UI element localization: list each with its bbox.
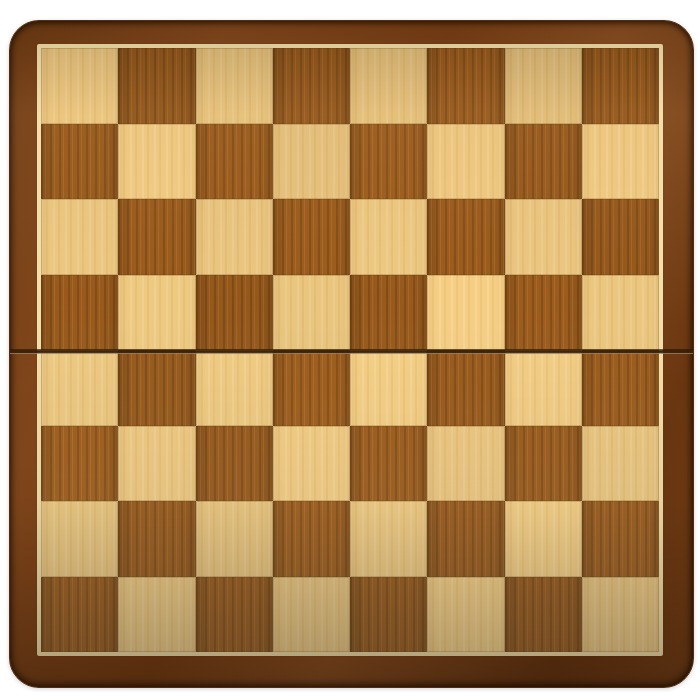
square-c8 bbox=[196, 48, 273, 124]
square-e4 bbox=[350, 350, 427, 426]
square-h6 bbox=[582, 199, 659, 275]
square-a5 bbox=[41, 275, 118, 351]
square-b4 bbox=[118, 350, 195, 426]
square-e8 bbox=[350, 48, 427, 124]
square-g1 bbox=[505, 577, 582, 653]
square-b8 bbox=[118, 48, 195, 124]
square-d4 bbox=[273, 350, 350, 426]
square-f6 bbox=[427, 199, 504, 275]
square-e1 bbox=[350, 577, 427, 653]
square-a4 bbox=[41, 350, 118, 426]
square-h4 bbox=[582, 350, 659, 426]
square-f1 bbox=[427, 577, 504, 653]
square-d5 bbox=[273, 275, 350, 351]
square-d6 bbox=[273, 199, 350, 275]
square-g4 bbox=[505, 350, 582, 426]
square-h8 bbox=[582, 48, 659, 124]
square-c5 bbox=[196, 275, 273, 351]
square-g3 bbox=[505, 426, 582, 502]
square-f4 bbox=[427, 350, 504, 426]
hinge-seam bbox=[10, 349, 693, 354]
square-d7 bbox=[273, 124, 350, 200]
square-c3 bbox=[196, 426, 273, 502]
square-b7 bbox=[118, 124, 195, 200]
square-a6 bbox=[41, 199, 118, 275]
square-b3 bbox=[118, 426, 195, 502]
square-e3 bbox=[350, 426, 427, 502]
square-f3 bbox=[427, 426, 504, 502]
square-g8 bbox=[505, 48, 582, 124]
photo-background bbox=[0, 0, 700, 700]
square-e7 bbox=[350, 124, 427, 200]
square-a8 bbox=[41, 48, 118, 124]
square-e6 bbox=[350, 199, 427, 275]
square-g7 bbox=[505, 124, 582, 200]
square-d3 bbox=[273, 426, 350, 502]
square-g2 bbox=[505, 501, 582, 577]
square-g6 bbox=[505, 199, 582, 275]
square-c6 bbox=[196, 199, 273, 275]
square-h2 bbox=[582, 501, 659, 577]
square-h1 bbox=[582, 577, 659, 653]
square-f5 bbox=[427, 275, 504, 351]
square-a7 bbox=[41, 124, 118, 200]
square-a2 bbox=[41, 501, 118, 577]
square-f7 bbox=[427, 124, 504, 200]
square-f2 bbox=[427, 501, 504, 577]
chessboard bbox=[9, 20, 694, 688]
square-c4 bbox=[196, 350, 273, 426]
square-h3 bbox=[582, 426, 659, 502]
square-d2 bbox=[273, 501, 350, 577]
square-b5 bbox=[118, 275, 195, 351]
square-d1 bbox=[273, 577, 350, 653]
square-c1 bbox=[196, 577, 273, 653]
square-b1 bbox=[118, 577, 195, 653]
square-c2 bbox=[196, 501, 273, 577]
square-e2 bbox=[350, 501, 427, 577]
square-a3 bbox=[41, 426, 118, 502]
square-h7 bbox=[582, 124, 659, 200]
square-d8 bbox=[273, 48, 350, 124]
square-e5 bbox=[350, 275, 427, 351]
square-f8 bbox=[427, 48, 504, 124]
square-b2 bbox=[118, 501, 195, 577]
square-b6 bbox=[118, 199, 195, 275]
square-a1 bbox=[41, 577, 118, 653]
square-h5 bbox=[582, 275, 659, 351]
square-c7 bbox=[196, 124, 273, 200]
square-g5 bbox=[505, 275, 582, 351]
